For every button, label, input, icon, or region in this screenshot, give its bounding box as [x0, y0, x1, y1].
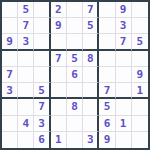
- cell-r8c5[interactable]: [67, 116, 83, 132]
- cell-r9c2[interactable]: [18, 132, 34, 148]
- cell-r8c4[interactable]: [51, 116, 67, 132]
- cell-r1c5[interactable]: [67, 2, 83, 18]
- cell-r7c8[interactable]: [116, 99, 132, 115]
- given-digit: 9: [55, 20, 62, 31]
- cell-r1c6[interactable]: 7: [83, 2, 99, 18]
- cell-r7c9[interactable]: [132, 99, 148, 115]
- given-digit: 5: [137, 36, 144, 47]
- cell-r3c7[interactable]: [99, 34, 115, 50]
- given-digit: 5: [38, 85, 45, 96]
- cell-r9c3[interactable]: 6: [34, 132, 50, 148]
- cell-r7c4[interactable]: [51, 99, 67, 115]
- cell-r2c5[interactable]: [67, 18, 83, 34]
- cell-r7c6[interactable]: [83, 99, 99, 115]
- cell-r4c5[interactable]: 5: [67, 51, 83, 67]
- cell-r2c6[interactable]: 5: [83, 18, 99, 34]
- cell-r9c1[interactable]: [2, 132, 18, 148]
- cell-r5c7[interactable]: [99, 67, 115, 83]
- cell-r5c6[interactable]: [83, 67, 99, 83]
- given-digit: 8: [87, 53, 94, 64]
- given-digit: 2: [55, 4, 62, 15]
- cell-r2c7[interactable]: [99, 18, 115, 34]
- cell-r1c2[interactable]: 5: [18, 2, 34, 18]
- given-digit: 9: [104, 134, 111, 145]
- given-digit: 7: [6, 69, 13, 80]
- given-digit: 3: [6, 85, 13, 96]
- cell-r2c9[interactable]: [132, 18, 148, 34]
- given-digit: 7: [87, 4, 94, 15]
- given-digit: 3: [87, 134, 94, 145]
- cell-r1c1[interactable]: [2, 2, 18, 18]
- cell-r2c4[interactable]: 9: [51, 18, 67, 34]
- cell-r6c9[interactable]: 1: [132, 83, 148, 99]
- cell-r4c4[interactable]: 7: [51, 51, 67, 67]
- given-digit: 5: [23, 4, 30, 15]
- cell-r6c8[interactable]: [116, 83, 132, 99]
- given-digit: 7: [104, 85, 111, 96]
- given-digit: 1: [55, 134, 62, 145]
- cell-r7c3[interactable]: 7: [34, 99, 50, 115]
- cell-r4c8[interactable]: [116, 51, 132, 67]
- cell-r2c2[interactable]: 7: [18, 18, 34, 34]
- cell-r3c4[interactable]: [51, 34, 67, 50]
- given-digit: 3: [38, 118, 45, 129]
- given-digit: 1: [120, 118, 127, 129]
- cell-r8c6[interactable]: [83, 116, 99, 132]
- cell-r3c8[interactable]: 7: [116, 34, 132, 50]
- cell-r8c9[interactable]: [132, 116, 148, 132]
- cell-r8c3[interactable]: 3: [34, 116, 50, 132]
- given-digit: 3: [23, 36, 30, 47]
- cell-r4c7[interactable]: [99, 51, 115, 67]
- cell-r6c2[interactable]: [18, 83, 34, 99]
- cell-r6c6[interactable]: [83, 83, 99, 99]
- given-digit: 1: [137, 85, 144, 96]
- cell-r9c6[interactable]: 3: [83, 132, 99, 148]
- cell-r5c2[interactable]: [18, 67, 34, 83]
- cell-r8c1[interactable]: [2, 116, 18, 132]
- cell-r1c7[interactable]: [99, 2, 115, 18]
- cell-r8c2[interactable]: 4: [18, 116, 34, 132]
- cell-r6c7[interactable]: 7: [99, 83, 115, 99]
- cell-r7c1[interactable]: [2, 99, 18, 115]
- cell-r5c8[interactable]: [116, 67, 132, 83]
- cell-r4c6[interactable]: 8: [83, 51, 99, 67]
- given-digit: 4: [23, 118, 30, 129]
- cell-r6c4[interactable]: [51, 83, 67, 99]
- cell-r9c5[interactable]: [67, 132, 83, 148]
- given-digit: 7: [55, 53, 62, 64]
- cell-r9c4[interactable]: 1: [51, 132, 67, 148]
- cell-r5c9[interactable]: 9: [132, 67, 148, 83]
- given-digit: 8: [71, 101, 78, 112]
- given-digit: 3: [120, 20, 127, 31]
- given-digit: 9: [6, 36, 13, 47]
- cell-r3c9[interactable]: 5: [132, 34, 148, 50]
- sudoku-board: 527979539375758769357178543616139: [0, 0, 150, 150]
- cell-r5c1[interactable]: 7: [2, 67, 18, 83]
- cell-r7c2[interactable]: [18, 99, 34, 115]
- cell-r3c1[interactable]: 9: [2, 34, 18, 50]
- given-digit: 5: [104, 101, 111, 112]
- cell-r9c9[interactable]: [132, 132, 148, 148]
- given-digit: 6: [71, 69, 78, 80]
- cell-r3c2[interactable]: 3: [18, 34, 34, 50]
- cell-r5c5[interactable]: 6: [67, 67, 83, 83]
- cell-r9c7[interactable]: 9: [99, 132, 115, 148]
- given-digit: 5: [71, 53, 78, 64]
- cell-r4c9[interactable]: [132, 51, 148, 67]
- given-digit: 6: [38, 134, 45, 145]
- cell-r8c7[interactable]: 6: [99, 116, 115, 132]
- given-digit: 9: [137, 69, 144, 80]
- cell-r1c9[interactable]: [132, 2, 148, 18]
- cell-r4c2[interactable]: [18, 51, 34, 67]
- cell-r2c3[interactable]: [34, 18, 50, 34]
- given-digit: 7: [38, 101, 45, 112]
- cell-r1c3[interactable]: [34, 2, 50, 18]
- cell-r7c7[interactable]: 5: [99, 99, 115, 115]
- cell-r6c3[interactable]: 5: [34, 83, 50, 99]
- given-digit: 9: [120, 4, 127, 15]
- cell-r3c5[interactable]: [67, 34, 83, 50]
- cell-r5c3[interactable]: [34, 67, 50, 83]
- given-digit: 6: [104, 118, 111, 129]
- given-digit: 7: [120, 36, 127, 47]
- cell-r3c3[interactable]: [34, 34, 50, 50]
- sudoku-page: 527979539375758769357178543616139: [0, 0, 150, 150]
- cell-r9c8[interactable]: [116, 132, 132, 148]
- cell-r4c3[interactable]: [34, 51, 50, 67]
- cell-r1c4[interactable]: 2: [51, 2, 67, 18]
- given-digit: 5: [87, 20, 94, 31]
- cell-r5c4[interactable]: [51, 67, 67, 83]
- cell-r3c6[interactable]: [83, 34, 99, 50]
- cell-r1c8[interactable]: 9: [116, 2, 132, 18]
- cell-r6c5[interactable]: [67, 83, 83, 99]
- cell-r8c8[interactable]: 1: [116, 116, 132, 132]
- cell-r7c5[interactable]: 8: [67, 99, 83, 115]
- cell-r6c1[interactable]: 3: [2, 83, 18, 99]
- cell-r2c8[interactable]: 3: [116, 18, 132, 34]
- given-digit: 7: [23, 20, 30, 31]
- cell-r2c1[interactable]: [2, 18, 18, 34]
- cell-r4c1[interactable]: [2, 51, 18, 67]
